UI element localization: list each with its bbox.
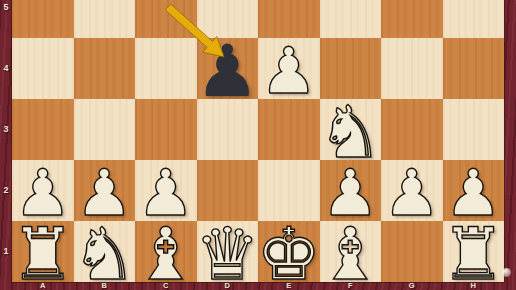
chess-board: ♟♟♞♟♟♟♟♟♟♜♞♝♛♚♝♜ — [12, 0, 504, 282]
square-e1[interactable]: ♚ — [258, 221, 320, 282]
square-f1[interactable]: ♝ — [320, 221, 382, 282]
rank-label-4: 4 — [0, 63, 12, 74]
square-h4[interactable] — [443, 38, 505, 99]
file-label-d: D — [197, 281, 259, 290]
white-bishop[interactable]: ♝ — [133, 218, 198, 290]
square-c3[interactable] — [135, 99, 197, 160]
white-rook[interactable]: ♜ — [441, 218, 506, 290]
black-pawn[interactable]: ♟ — [195, 35, 260, 107]
file-label-a: A — [12, 281, 74, 290]
white-queen[interactable]: ♛ — [195, 218, 260, 290]
square-b1[interactable]: ♞ — [74, 221, 136, 282]
white-rook[interactable]: ♜ — [10, 218, 75, 290]
square-d3[interactable] — [197, 99, 259, 160]
square-b3[interactable] — [74, 99, 136, 160]
square-g2[interactable]: ♟ — [381, 160, 443, 221]
square-a1[interactable]: ♜ — [12, 221, 74, 282]
white-king[interactable]: ♚ — [256, 218, 321, 290]
file-label-b: B — [74, 281, 136, 290]
square-e3[interactable] — [258, 99, 320, 160]
white-knight[interactable]: ♞ — [72, 218, 137, 290]
square-h3[interactable] — [443, 99, 505, 160]
file-label-f: F — [320, 281, 382, 290]
square-f3[interactable]: ♞ — [320, 99, 382, 160]
white-pawn[interactable]: ♟ — [383, 161, 440, 225]
square-d1[interactable]: ♛ — [197, 221, 259, 282]
square-a3[interactable] — [12, 99, 74, 160]
square-b5[interactable] — [74, 0, 136, 38]
rank-label-1: 1 — [0, 246, 12, 257]
square-e5[interactable] — [258, 0, 320, 38]
square-h1[interactable]: ♜ — [443, 221, 505, 282]
file-label-c: C — [135, 281, 197, 290]
rank-label-3: 3 — [0, 124, 12, 135]
square-b4[interactable] — [74, 38, 136, 99]
chess-board-panel: ♟♟♞♟♟♟♟♟♟♜♞♝♛♚♝♜ 54321 ABCDEFGH — [0, 0, 516, 290]
square-a5[interactable] — [12, 0, 74, 38]
square-c5[interactable] — [135, 0, 197, 38]
rank-label-2: 2 — [0, 185, 12, 196]
square-d4[interactable]: ♟ — [197, 38, 259, 99]
square-g3[interactable] — [381, 99, 443, 160]
square-c4[interactable] — [135, 38, 197, 99]
square-c1[interactable]: ♝ — [135, 221, 197, 282]
square-g1[interactable] — [381, 221, 443, 282]
square-e4[interactable]: ♟ — [258, 38, 320, 99]
square-g4[interactable] — [381, 38, 443, 99]
file-label-e: E — [258, 281, 320, 290]
square-h5[interactable] — [443, 0, 505, 38]
square-g5[interactable] — [381, 0, 443, 38]
watermark-dot — [502, 268, 511, 277]
file-label-h: H — [443, 281, 505, 290]
file-label-g: G — [381, 281, 443, 290]
white-pawn[interactable]: ♟ — [260, 39, 317, 103]
square-f5[interactable] — [320, 0, 382, 38]
square-a4[interactable] — [12, 38, 74, 99]
rank-label-5: 5 — [0, 2, 12, 13]
white-bishop[interactable]: ♝ — [318, 218, 383, 290]
